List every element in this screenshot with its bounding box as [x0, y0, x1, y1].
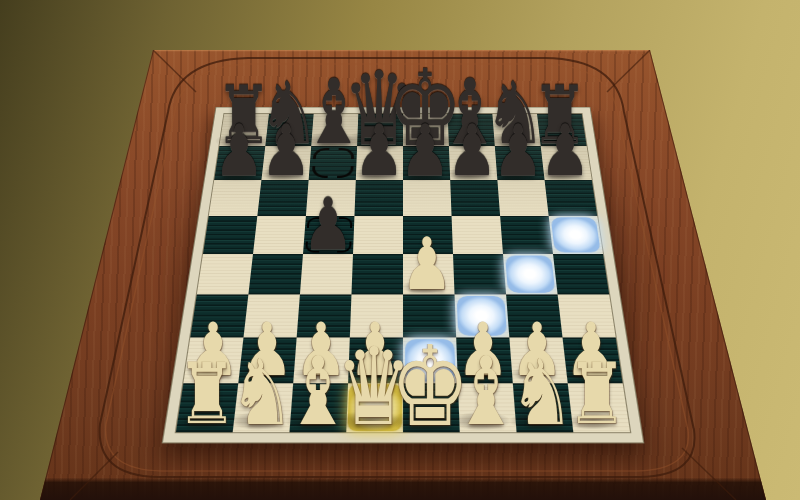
square-a4[interactable]: [197, 254, 253, 294]
square-d4[interactable]: [351, 254, 403, 294]
last-move-origin-marker: [337, 166, 353, 178]
piece-white-rook-h1[interactable]: ♜: [567, 353, 628, 437]
piece-black-pawn-b7[interactable]: ♟: [260, 117, 311, 188]
chess-titans-3d-scene: ♜♞♝♛♚♝♞♜♟♟♟♟♟♟♟♟♟♟♟♟♟♟♟♟♜♞♝♛♚♝♞♜: [0, 0, 800, 500]
square-b5[interactable]: [253, 216, 306, 254]
piece-white-pawn-e4[interactable]: ♟: [401, 228, 453, 300]
piece-black-pawn-h7[interactable]: ♟: [539, 117, 590, 188]
piece-black-pawn-e7[interactable]: ♟: [400, 117, 451, 188]
square-f4[interactable]: [453, 254, 506, 294]
square-b4[interactable]: [248, 254, 303, 294]
square-h5[interactable]: [549, 216, 603, 254]
last-move-origin-marker: [312, 166, 329, 178]
piece-black-pawn-f7[interactable]: ♟: [446, 117, 497, 188]
piece-black-pawn-a7[interactable]: ♟: [214, 117, 265, 188]
piece-black-pawn-d7[interactable]: ♟: [353, 117, 404, 188]
piece-black-pawn-c5[interactable]: ♟: [302, 189, 353, 261]
square-f5[interactable]: [452, 216, 503, 254]
square-d5[interactable]: [353, 216, 403, 254]
square-g4[interactable]: [503, 254, 558, 294]
square-a5[interactable]: [203, 216, 257, 254]
piece-black-pawn-g7[interactable]: ♟: [493, 117, 544, 188]
square-g5[interactable]: [500, 216, 553, 254]
square-h4[interactable]: [553, 254, 609, 294]
piece-white-knight-g1[interactable]: ♞: [509, 348, 574, 439]
piece-white-rook-a1[interactable]: ♜: [176, 353, 237, 437]
